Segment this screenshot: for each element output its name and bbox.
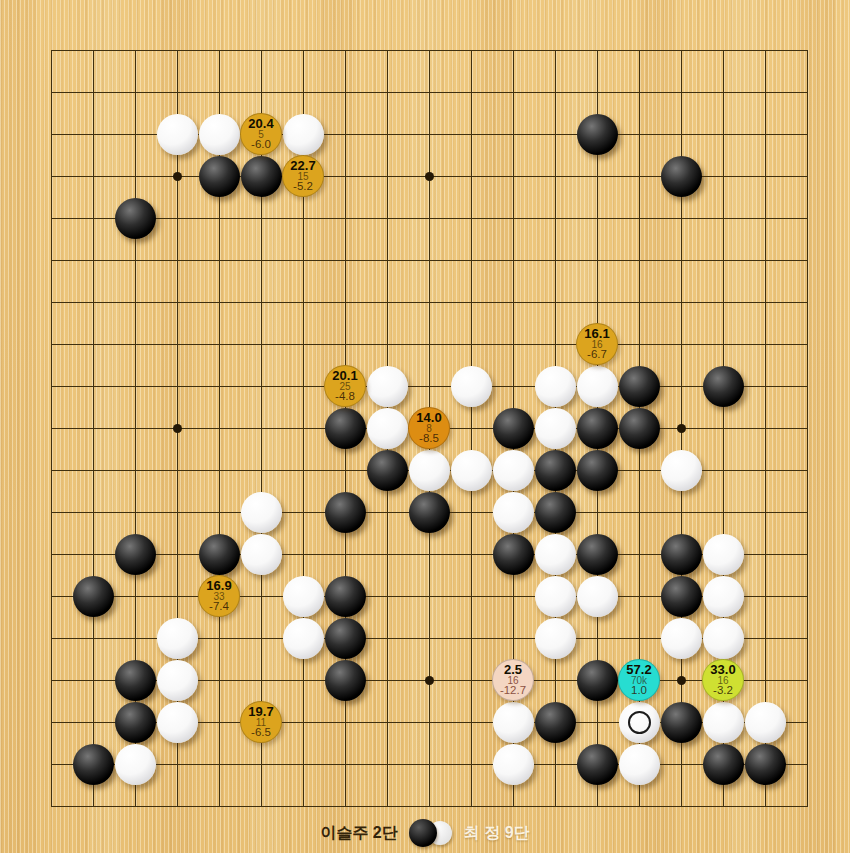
black-stone: [703, 744, 744, 785]
white-stone: [241, 534, 282, 575]
white-stone: [661, 618, 702, 659]
white-stone: [703, 576, 744, 617]
black-stone: [535, 702, 576, 743]
black-stone: [577, 660, 618, 701]
white-stone: [157, 114, 198, 155]
white-stone: [451, 366, 492, 407]
ai-move-suggestion[interactable]: 22.715-5.2: [282, 155, 324, 197]
white-stone: [577, 576, 618, 617]
suggestion-score: -5.2: [293, 181, 313, 192]
black-stone: [745, 744, 786, 785]
star-point: [425, 676, 434, 685]
black-stone: [661, 576, 702, 617]
grid-line-vertical: [471, 50, 472, 807]
grid-line-vertical: [765, 50, 766, 807]
grid-line-vertical: [807, 50, 808, 807]
white-stone: [535, 618, 576, 659]
suggestion-score: -3.2: [713, 685, 733, 696]
star-point: [677, 676, 686, 685]
black-stone: [577, 450, 618, 491]
black-stone: [325, 660, 366, 701]
star-point: [173, 172, 182, 181]
black-stone: [577, 114, 618, 155]
white-stone: [451, 450, 492, 491]
white-stone: [535, 576, 576, 617]
white-stone: [493, 702, 534, 743]
suggestion-score: -6.7: [587, 349, 607, 360]
white-stone: [493, 450, 534, 491]
white-stone: [493, 744, 534, 785]
black-stone: [325, 576, 366, 617]
star-point: [677, 424, 686, 433]
white-stone: [283, 618, 324, 659]
suggestion-score: -6.0: [251, 139, 271, 150]
black-stone: [325, 618, 366, 659]
black-stone: [199, 156, 240, 197]
white-stone: [493, 492, 534, 533]
black-stone: [115, 198, 156, 239]
ai-move-suggestion[interactable]: 57.270k1.0: [618, 659, 660, 701]
black-stone: [325, 492, 366, 533]
black-stone: [115, 702, 156, 743]
white-stone: [157, 618, 198, 659]
white-stone: [283, 114, 324, 155]
black-stone: [661, 702, 702, 743]
black-player-name: 이슬주 2단: [320, 823, 397, 844]
ai-move-suggestion[interactable]: 33.016-3.2: [702, 659, 744, 701]
black-stone: [325, 408, 366, 449]
black-stone: [661, 534, 702, 575]
black-stone: [73, 576, 114, 617]
suggestion-score: -7.4: [209, 601, 229, 612]
grid-line-horizontal: [51, 806, 808, 807]
ai-move-suggestion[interactable]: 16.116-6.7: [576, 323, 618, 365]
white-stone: [283, 576, 324, 617]
white-stone: [367, 408, 408, 449]
players-caption: 이슬주 2단 최 정 9단: [0, 813, 850, 853]
ai-move-suggestion[interactable]: 20.125-4.8: [324, 365, 366, 407]
white-stone: [535, 366, 576, 407]
white-stone: [157, 702, 198, 743]
suggestion-score: 1.0: [631, 685, 647, 696]
black-stone: [703, 366, 744, 407]
black-stone: [367, 450, 408, 491]
white-stone: [577, 366, 618, 407]
black-stone: [577, 534, 618, 575]
black-stone: [73, 744, 114, 785]
suggestion-score: -8.5: [419, 433, 439, 444]
black-stone: [493, 408, 534, 449]
white-stone: [661, 450, 702, 491]
suggestion-score: -4.8: [335, 391, 355, 402]
black-stone: [577, 744, 618, 785]
white-stone: [199, 114, 240, 155]
white-stone: [703, 618, 744, 659]
white-stone: [409, 450, 450, 491]
ai-move-suggestion[interactable]: 14.08-8.5: [408, 407, 450, 449]
white-player-name: 최 정 9단: [464, 823, 530, 844]
black-white-stone-icon: [407, 818, 455, 848]
ai-move-suggestion[interactable]: 16.933-7.4: [198, 575, 240, 617]
suggestion-score: -6.5: [251, 727, 271, 738]
star-point: [425, 172, 434, 181]
black-stone: [409, 492, 450, 533]
white-stone: [535, 408, 576, 449]
white-stone: [535, 534, 576, 575]
black-stone: [661, 156, 702, 197]
go-analysis-screen: 20.45-6.022.715-5.216.116-6.720.125-4.81…: [0, 0, 850, 853]
white-stone: [703, 534, 744, 575]
white-stone: [367, 366, 408, 407]
white-stone: [157, 660, 198, 701]
black-stone: [241, 156, 282, 197]
black-stone: [115, 534, 156, 575]
grid-line-horizontal: [51, 764, 808, 765]
white-stone: [745, 702, 786, 743]
black-stone: [577, 408, 618, 449]
ai-move-suggestion[interactable]: 2.516-12.7: [492, 659, 534, 701]
white-stone: [619, 744, 660, 785]
white-stone: [703, 702, 744, 743]
white-stone: [241, 492, 282, 533]
white-stone: [115, 744, 156, 785]
black-stone: [493, 534, 534, 575]
black-stone: [535, 492, 576, 533]
ai-move-suggestion[interactable]: 20.45-6.0: [240, 113, 282, 155]
black-stone: [535, 450, 576, 491]
ai-move-suggestion[interactable]: 19.711-6.5: [240, 701, 282, 743]
black-stone: [619, 366, 660, 407]
black-stone: [115, 660, 156, 701]
last-move-marker: [628, 711, 651, 734]
suggestion-score: -12.7: [500, 685, 526, 696]
black-stone: [199, 534, 240, 575]
star-point: [173, 424, 182, 433]
black-stone: [619, 408, 660, 449]
